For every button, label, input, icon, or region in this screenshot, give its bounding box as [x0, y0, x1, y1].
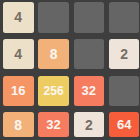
tile-2: 2 [74, 112, 105, 137]
tile-256: 256 [38, 76, 69, 106]
empty-cell [109, 76, 140, 106]
tile-8: 8 [38, 39, 69, 69]
empty-cell [74, 2, 105, 33]
tile-8: 8 [3, 112, 34, 137]
tile-4: 4 [3, 2, 34, 33]
empty-cell [38, 2, 69, 33]
tile-64: 64 [109, 112, 140, 137]
board-grid: 44821625632832264 [0, 0, 140, 140]
tile-32: 32 [74, 76, 105, 106]
tile-4: 4 [3, 39, 34, 69]
tile-2: 2 [109, 39, 140, 69]
empty-cell [109, 2, 140, 33]
tile-16: 16 [3, 76, 34, 106]
empty-cell [74, 39, 105, 69]
tile-32: 32 [38, 112, 69, 137]
game-2048-board[interactable]: 44821625632832264 [0, 0, 140, 140]
